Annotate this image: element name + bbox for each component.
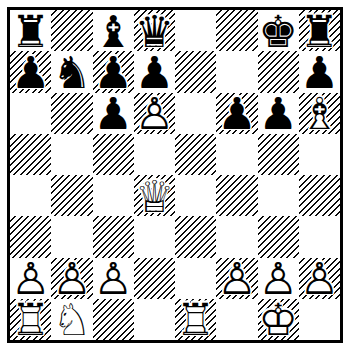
- square-a2[interactable]: ♟♙: [10, 258, 51, 299]
- white-bishop-h6: ♝♗: [299, 93, 340, 134]
- square-c5[interactable]: [93, 134, 134, 175]
- black-pawn-h7: ♟♟: [299, 51, 340, 92]
- square-e2[interactable]: [175, 258, 216, 299]
- square-h5[interactable]: [299, 134, 340, 175]
- black-queen-d8: ♛♛: [134, 10, 175, 51]
- square-a7[interactable]: ♟♟: [10, 51, 51, 92]
- piece-glyph: ♔: [258, 299, 299, 340]
- square-c3[interactable]: [93, 216, 134, 257]
- piece-glyph: ♟: [134, 52, 175, 93]
- square-b1[interactable]: ♞♘: [51, 299, 92, 340]
- white-king-g1: ♚♔: [258, 299, 299, 340]
- chess-board: ♜♜♝♝♛♛♚♚♜♜♟♟♞♞♟♟♟♟♟♟♟♟♟♙♟♟♟♟♝♗♛♕♟♙♟♙♟♙♟♙…: [7, 7, 343, 343]
- black-rook-a8: ♜♜: [10, 10, 51, 51]
- piece-glyph: ♟: [258, 93, 299, 134]
- square-h6[interactable]: ♝♗: [299, 93, 340, 134]
- black-bishop-c8: ♝♝: [93, 10, 134, 51]
- square-d3[interactable]: [134, 216, 175, 257]
- square-h2[interactable]: ♟♙: [299, 258, 340, 299]
- square-f1[interactable]: [216, 299, 257, 340]
- square-b4[interactable]: [51, 175, 92, 216]
- square-f2[interactable]: ♟♙: [216, 258, 257, 299]
- square-c1[interactable]: [93, 299, 134, 340]
- square-d7[interactable]: ♟♟: [134, 51, 175, 92]
- piece-glyph: ♟: [93, 52, 134, 93]
- square-g4[interactable]: [258, 175, 299, 216]
- piece-glyph: ♙: [299, 258, 340, 299]
- square-f3[interactable]: [216, 216, 257, 257]
- square-f4[interactable]: [216, 175, 257, 216]
- square-d8[interactable]: ♛♛: [134, 10, 175, 51]
- square-h8[interactable]: ♜♜: [299, 10, 340, 51]
- piece-glyph: ♟: [10, 52, 51, 93]
- square-e5[interactable]: [175, 134, 216, 175]
- piece-glyph: ♙: [134, 93, 175, 134]
- piece-glyph: ♟: [299, 52, 340, 93]
- piece-glyph: ♙: [10, 258, 51, 299]
- white-knight-b1: ♞♘: [51, 299, 92, 340]
- square-b8[interactable]: [51, 10, 92, 51]
- piece-glyph: ♗: [299, 93, 340, 134]
- square-b5[interactable]: [51, 134, 92, 175]
- white-rook-a1: ♜♖: [10, 299, 51, 340]
- square-a1[interactable]: ♜♖: [10, 299, 51, 340]
- square-b3[interactable]: [51, 216, 92, 257]
- white-pawn-h2: ♟♙: [299, 258, 340, 299]
- piece-glyph: ♙: [51, 258, 92, 299]
- piece-glyph: ♘: [51, 299, 92, 340]
- square-g5[interactable]: [258, 134, 299, 175]
- square-f5[interactable]: [216, 134, 257, 175]
- piece-glyph: ♕: [134, 176, 175, 217]
- black-pawn-c7: ♟♟: [93, 51, 134, 92]
- square-e3[interactable]: [175, 216, 216, 257]
- square-d5[interactable]: [134, 134, 175, 175]
- square-c4[interactable]: [93, 175, 134, 216]
- square-d2[interactable]: [134, 258, 175, 299]
- white-pawn-d6: ♟♙: [134, 93, 175, 134]
- white-pawn-a2: ♟♙: [10, 258, 51, 299]
- black-pawn-f6: ♟♟: [216, 93, 257, 134]
- black-rook-h8: ♜♜: [299, 10, 340, 51]
- white-pawn-f2: ♟♙: [216, 258, 257, 299]
- square-c8[interactable]: ♝♝: [93, 10, 134, 51]
- black-pawn-c6: ♟♟: [93, 93, 134, 134]
- piece-glyph: ♛: [134, 11, 175, 52]
- square-a8[interactable]: ♜♜: [10, 10, 51, 51]
- black-pawn-g6: ♟♟: [258, 93, 299, 134]
- square-g1[interactable]: ♚♔: [258, 299, 299, 340]
- square-f8[interactable]: [216, 10, 257, 51]
- square-d4[interactable]: ♛♕: [134, 175, 175, 216]
- square-a5[interactable]: [10, 134, 51, 175]
- white-pawn-g2: ♟♙: [258, 258, 299, 299]
- piece-glyph: ♚: [258, 11, 299, 52]
- square-a6[interactable]: [10, 93, 51, 134]
- square-b2[interactable]: ♟♙: [51, 258, 92, 299]
- white-queen-d4: ♛♕: [134, 175, 175, 216]
- white-pawn-c2: ♟♙: [93, 258, 134, 299]
- piece-glyph: ♟: [93, 93, 134, 134]
- square-c2[interactable]: ♟♙: [93, 258, 134, 299]
- square-e1[interactable]: ♜♖: [175, 299, 216, 340]
- square-b7[interactable]: ♞♞: [51, 51, 92, 92]
- piece-glyph: ♖: [175, 299, 216, 340]
- chess-diagram: ♜♜♝♝♛♛♚♚♜♜♟♟♞♞♟♟♟♟♟♟♟♟♟♙♟♟♟♟♝♗♛♕♟♙♟♙♟♙♟♙…: [0, 0, 350, 350]
- square-g6[interactable]: ♟♟: [258, 93, 299, 134]
- square-d6[interactable]: ♟♙: [134, 93, 175, 134]
- square-e6[interactable]: [175, 93, 216, 134]
- square-h3[interactable]: [299, 216, 340, 257]
- square-e7[interactable]: [175, 51, 216, 92]
- square-e8[interactable]: [175, 10, 216, 51]
- square-e4[interactable]: [175, 175, 216, 216]
- piece-glyph: ♖: [10, 299, 51, 340]
- square-g2[interactable]: ♟♙: [258, 258, 299, 299]
- black-pawn-d7: ♟♟: [134, 51, 175, 92]
- piece-glyph: ♝: [93, 11, 134, 52]
- square-c7[interactable]: ♟♟: [93, 51, 134, 92]
- piece-glyph: ♙: [216, 258, 257, 299]
- black-king-g8: ♚♚: [258, 10, 299, 51]
- square-f7[interactable]: [216, 51, 257, 92]
- square-g3[interactable]: [258, 216, 299, 257]
- white-pawn-b2: ♟♙: [51, 258, 92, 299]
- square-h4[interactable]: [299, 175, 340, 216]
- piece-glyph: ♜: [299, 11, 340, 52]
- piece-glyph: ♙: [258, 258, 299, 299]
- black-pawn-a7: ♟♟: [10, 51, 51, 92]
- piece-glyph: ♞: [51, 52, 92, 93]
- piece-glyph: ♟: [216, 93, 257, 134]
- piece-glyph: ♜: [10, 11, 51, 52]
- white-rook-e1: ♜♖: [175, 299, 216, 340]
- black-knight-b7: ♞♞: [51, 51, 92, 92]
- square-d1[interactable]: [134, 299, 175, 340]
- square-b6[interactable]: [51, 93, 92, 134]
- square-h7[interactable]: ♟♟: [299, 51, 340, 92]
- square-a4[interactable]: [10, 175, 51, 216]
- square-c6[interactable]: ♟♟: [93, 93, 134, 134]
- piece-glyph: ♙: [93, 258, 134, 299]
- square-h1[interactable]: [299, 299, 340, 340]
- square-g8[interactable]: ♚♚: [258, 10, 299, 51]
- square-g7[interactable]: [258, 51, 299, 92]
- square-a3[interactable]: [10, 216, 51, 257]
- square-f6[interactable]: ♟♟: [216, 93, 257, 134]
